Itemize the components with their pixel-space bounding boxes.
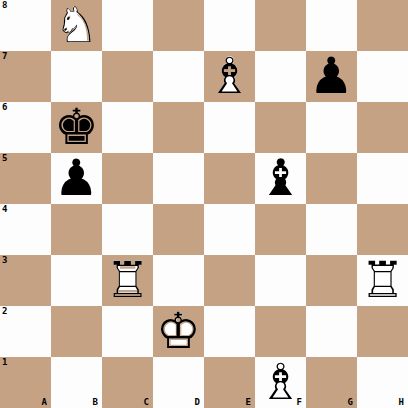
file-label-h: H — [399, 398, 404, 407]
black-king-glyph: ♚ — [51, 101, 102, 152]
square-g1[interactable]: G — [306, 357, 357, 408]
square-b2[interactable] — [51, 306, 102, 357]
white-bishop-f1[interactable]: ♝♗ — [255, 357, 306, 408]
square-e6[interactable] — [204, 102, 255, 153]
square-f8[interactable] — [255, 0, 306, 51]
square-c2[interactable] — [102, 306, 153, 357]
square-d5[interactable] — [153, 153, 204, 204]
square-c7[interactable] — [102, 51, 153, 102]
square-d1[interactable]: D — [153, 357, 204, 408]
square-e2[interactable] — [204, 306, 255, 357]
square-c4[interactable] — [102, 204, 153, 255]
square-f1[interactable]: F♝♗ — [255, 357, 306, 408]
square-d2[interactable]: ♚♔ — [153, 306, 204, 357]
square-g4[interactable] — [306, 204, 357, 255]
file-label-e: E — [246, 398, 251, 407]
square-e3[interactable] — [204, 255, 255, 306]
white-rook-c3[interactable]: ♜♖ — [102, 255, 153, 306]
square-g6[interactable] — [306, 102, 357, 153]
square-a2[interactable]: 2 — [0, 306, 51, 357]
black-pawn-glyph: ♟ — [51, 152, 102, 203]
square-d7[interactable] — [153, 51, 204, 102]
square-a3[interactable]: 3 — [0, 255, 51, 306]
square-b5[interactable]: ♟ — [51, 153, 102, 204]
white-bishop-outline-glyph: ♗ — [204, 50, 255, 101]
white-rook-h3[interactable]: ♜♖ — [357, 255, 408, 306]
rank-label-4: 4 — [2, 205, 7, 214]
white-bishop-outline-glyph: ♗ — [255, 356, 306, 407]
black-bishop-glyph: ♝ — [255, 152, 306, 203]
black-bishop-f5[interactable]: ♝ — [255, 153, 306, 204]
square-b3[interactable] — [51, 255, 102, 306]
square-f2[interactable] — [255, 306, 306, 357]
white-knight-outline-glyph: ♘ — [51, 0, 102, 50]
square-a8[interactable]: 8 — [0, 0, 51, 51]
square-c3[interactable]: ♜♖ — [102, 255, 153, 306]
square-b7[interactable] — [51, 51, 102, 102]
file-label-b: B — [93, 398, 98, 407]
square-d6[interactable] — [153, 102, 204, 153]
rank-label-3: 3 — [2, 256, 7, 265]
square-a5[interactable]: 5 — [0, 153, 51, 204]
rank-label-7: 7 — [2, 52, 7, 61]
white-king-outline-glyph: ♔ — [153, 305, 204, 356]
black-pawn-b5[interactable]: ♟ — [51, 153, 102, 204]
black-pawn-g7[interactable]: ♟ — [306, 51, 357, 102]
file-label-c: C — [144, 398, 149, 407]
file-label-d: D — [195, 398, 200, 407]
square-h4[interactable] — [357, 204, 408, 255]
black-king-b6[interactable]: ♚ — [51, 102, 102, 153]
square-e7[interactable]: ♝♗ — [204, 51, 255, 102]
file-label-g: G — [348, 398, 353, 407]
square-h8[interactable] — [357, 0, 408, 51]
square-c8[interactable] — [102, 0, 153, 51]
square-e5[interactable] — [204, 153, 255, 204]
white-bishop-e7[interactable]: ♝♗ — [204, 51, 255, 102]
rank-label-2: 2 — [2, 307, 7, 316]
white-rook-outline-glyph: ♖ — [102, 254, 153, 305]
square-h3[interactable]: ♜♖ — [357, 255, 408, 306]
rank-label-5: 5 — [2, 154, 7, 163]
white-rook-outline-glyph: ♖ — [357, 254, 408, 305]
square-b1[interactable]: B — [51, 357, 102, 408]
square-c6[interactable] — [102, 102, 153, 153]
square-a7[interactable]: 7 — [0, 51, 51, 102]
square-g2[interactable] — [306, 306, 357, 357]
square-h5[interactable] — [357, 153, 408, 204]
white-knight-b8[interactable]: ♞♘ — [51, 0, 102, 51]
square-f5[interactable]: ♝ — [255, 153, 306, 204]
square-c1[interactable]: C — [102, 357, 153, 408]
square-g3[interactable] — [306, 255, 357, 306]
square-g8[interactable] — [306, 0, 357, 51]
square-e8[interactable] — [204, 0, 255, 51]
square-h1[interactable]: H — [357, 357, 408, 408]
square-f3[interactable] — [255, 255, 306, 306]
square-d8[interactable] — [153, 0, 204, 51]
square-g5[interactable] — [306, 153, 357, 204]
black-pawn-glyph: ♟ — [306, 50, 357, 101]
square-f4[interactable] — [255, 204, 306, 255]
square-h6[interactable] — [357, 102, 408, 153]
square-a6[interactable]: 6 — [0, 102, 51, 153]
square-b8[interactable]: ♞♘ — [51, 0, 102, 51]
square-b6[interactable]: ♚ — [51, 102, 102, 153]
rank-label-6: 6 — [2, 103, 7, 112]
square-f7[interactable] — [255, 51, 306, 102]
square-d4[interactable] — [153, 204, 204, 255]
square-h7[interactable] — [357, 51, 408, 102]
chessboard: 8♞♘7♝♗♟6♚5♟♝43♜♖♜♖2♚♔1ABCDEF♝♗GH — [0, 0, 408, 408]
white-king-d2[interactable]: ♚♔ — [153, 306, 204, 357]
square-a4[interactable]: 4 — [0, 204, 51, 255]
square-a1[interactable]: 1A — [0, 357, 51, 408]
square-e1[interactable]: E — [204, 357, 255, 408]
file-label-a: A — [42, 398, 47, 407]
square-f6[interactable] — [255, 102, 306, 153]
square-b4[interactable] — [51, 204, 102, 255]
rank-label-1: 1 — [2, 358, 7, 367]
rank-label-8: 8 — [2, 1, 7, 10]
square-d3[interactable] — [153, 255, 204, 306]
square-g7[interactable]: ♟ — [306, 51, 357, 102]
square-h2[interactable] — [357, 306, 408, 357]
square-c5[interactable] — [102, 153, 153, 204]
square-e4[interactable] — [204, 204, 255, 255]
